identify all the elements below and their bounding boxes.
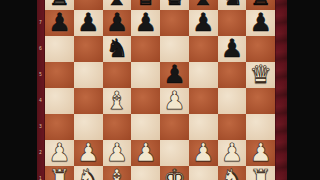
square-b1[interactable]: ♞ (74, 166, 103, 180)
piece-white-pawn-h2[interactable]: ♟ (249, 140, 271, 166)
square-h1[interactable]: ♜ (246, 166, 275, 180)
square-f3[interactable] (189, 114, 218, 140)
rank-label-3: 3 (38, 125, 42, 130)
square-g7[interactable] (218, 10, 247, 36)
square-e4[interactable]: ♟ (160, 88, 189, 114)
piece-white-pawn-c2[interactable]: ♟ (106, 140, 128, 166)
rank-label-7: 7 (38, 21, 42, 26)
square-f4[interactable] (189, 88, 218, 114)
square-g6[interactable]: ♟ (218, 36, 247, 62)
piece-white-pawn-d2[interactable]: ♟ (134, 140, 156, 166)
square-d3[interactable] (131, 114, 160, 140)
square-c3[interactable] (103, 114, 132, 140)
square-d7[interactable]: ♟ (131, 10, 160, 36)
square-g2[interactable]: ♟ (218, 140, 247, 166)
square-e8[interactable]: ♚ (160, 0, 189, 10)
rank-label-4: 4 (38, 99, 42, 104)
square-g4[interactable] (218, 88, 247, 114)
square-a7[interactable]: ♟ (45, 10, 74, 36)
piece-white-pawn-a2[interactable]: ♟ (48, 140, 70, 166)
square-a2[interactable]: ♟ (45, 140, 74, 166)
chess-board: ♜♝♛♚♝♞♜♟♟♟♟♟♟♞♟♟♛♝♟♟♟♟♟♟♟♟♜♞♝♚♞♜ (45, 0, 275, 180)
square-f5[interactable] (189, 62, 218, 88)
square-g5[interactable] (218, 62, 247, 88)
square-g1[interactable]: ♞ (218, 166, 247, 180)
square-h3[interactable] (246, 114, 275, 140)
piece-white-king-e1[interactable]: ♚ (163, 166, 185, 180)
square-f2[interactable]: ♟ (189, 140, 218, 166)
rank-label-1: 1 (38, 177, 42, 180)
piece-white-pawn-g2[interactable]: ♟ (221, 140, 243, 166)
letterbox-left (0, 0, 37, 180)
rank-label-2: 2 (38, 151, 42, 156)
piece-black-pawn-b7[interactable]: ♟ (77, 10, 99, 36)
square-a1[interactable]: ♜ (45, 166, 74, 180)
rank-label-6: 6 (38, 47, 42, 52)
square-e1[interactable]: ♚ (160, 166, 189, 180)
piece-white-rook-h1[interactable]: ♜ (249, 166, 271, 180)
square-e5[interactable]: ♟ (160, 62, 189, 88)
piece-black-king-e8[interactable]: ♚ (163, 0, 185, 10)
square-a3[interactable] (45, 114, 74, 140)
piece-white-knight-b1[interactable]: ♞ (77, 166, 99, 180)
piece-black-pawn-g6[interactable]: ♟ (221, 36, 243, 62)
square-c2[interactable]: ♟ (103, 140, 132, 166)
piece-white-pawn-e4[interactable]: ♟ (163, 88, 185, 114)
piece-black-pawn-a7[interactable]: ♟ (48, 10, 70, 36)
piece-white-knight-g1[interactable]: ♞ (221, 166, 243, 180)
square-b3[interactable] (74, 114, 103, 140)
piece-white-rook-a1[interactable]: ♜ (48, 166, 70, 180)
square-b5[interactable] (74, 62, 103, 88)
piece-black-pawn-d7[interactable]: ♟ (134, 10, 156, 36)
piece-black-knight-c6[interactable]: ♞ (106, 36, 128, 62)
square-a5[interactable] (45, 62, 74, 88)
square-b7[interactable]: ♟ (74, 10, 103, 36)
letterbox-right (287, 0, 320, 180)
piece-white-queen-h5[interactable]: ♛ (249, 62, 271, 88)
square-b2[interactable]: ♟ (74, 140, 103, 166)
piece-white-pawn-f2[interactable]: ♟ (192, 140, 214, 166)
square-f6[interactable] (189, 36, 218, 62)
square-c5[interactable] (103, 62, 132, 88)
square-e2[interactable] (160, 140, 189, 166)
square-d2[interactable]: ♟ (131, 140, 160, 166)
piece-white-pawn-b2[interactable]: ♟ (77, 140, 99, 166)
piece-black-pawn-f7[interactable]: ♟ (192, 10, 214, 36)
piece-black-pawn-h7[interactable]: ♟ (249, 10, 271, 36)
square-f7[interactable]: ♟ (189, 10, 218, 36)
piece-black-knight-g8[interactable]: ♞ (221, 0, 243, 10)
square-g8[interactable]: ♞ (218, 0, 247, 10)
square-d5[interactable] (131, 62, 160, 88)
square-c4[interactable]: ♝ (103, 88, 132, 114)
square-h4[interactable] (246, 88, 275, 114)
square-e6[interactable] (160, 36, 189, 62)
square-h2[interactable]: ♟ (246, 140, 275, 166)
piece-white-bishop-c1[interactable]: ♝ (106, 166, 128, 180)
square-c1[interactable]: ♝ (103, 166, 132, 180)
piece-white-bishop-c4[interactable]: ♝ (106, 88, 128, 114)
square-g3[interactable] (218, 114, 247, 140)
square-e3[interactable] (160, 114, 189, 140)
square-a6[interactable] (45, 36, 74, 62)
piece-black-pawn-e5[interactable]: ♟ (163, 62, 185, 88)
square-d4[interactable] (131, 88, 160, 114)
square-c6[interactable]: ♞ (103, 36, 132, 62)
square-a4[interactable] (45, 88, 74, 114)
square-d6[interactable] (131, 36, 160, 62)
square-b6[interactable] (74, 36, 103, 62)
square-d1[interactable] (131, 166, 160, 180)
rank-label-5: 5 (38, 73, 42, 78)
square-b4[interactable] (74, 88, 103, 114)
piece-black-pawn-c7[interactable]: ♟ (106, 10, 128, 36)
square-h5[interactable]: ♛ (246, 62, 275, 88)
square-h7[interactable]: ♟ (246, 10, 275, 36)
square-f1[interactable] (189, 166, 218, 180)
square-h6[interactable] (246, 36, 275, 62)
video-frame: ♜♝♛♚♝♞♜♟♟♟♟♟♟♞♟♟♛♝♟♟♟♟♟♟♟♟♜♞♝♚♞♜ 8765432… (0, 0, 320, 180)
square-c7[interactable]: ♟ (103, 10, 132, 36)
square-e7[interactable] (160, 10, 189, 36)
